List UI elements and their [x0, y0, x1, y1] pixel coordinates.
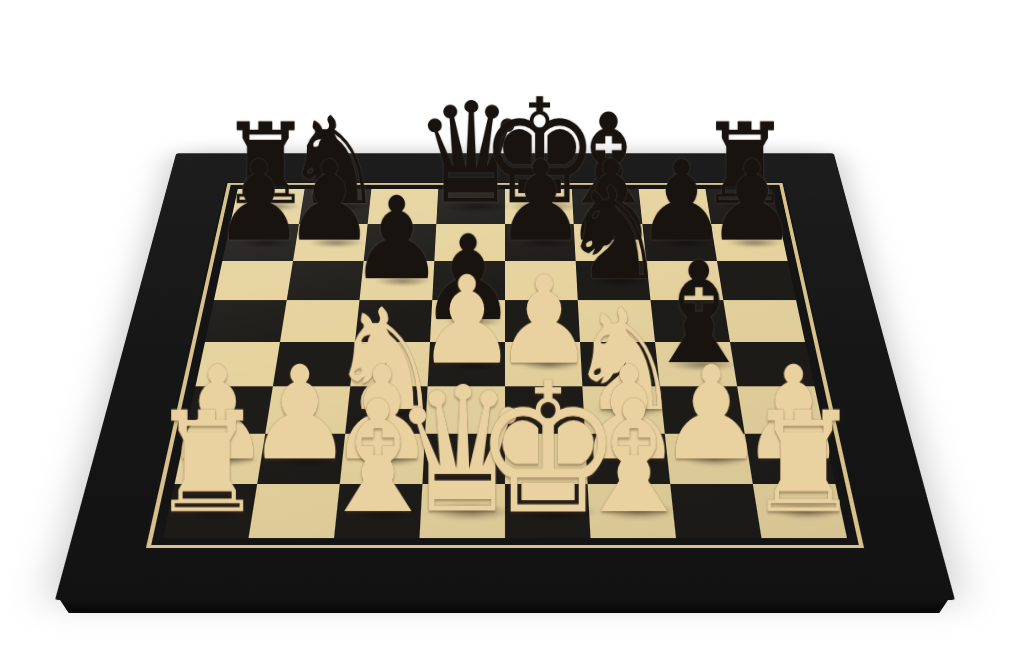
square-b8 — [299, 189, 371, 224]
square-b7 — [293, 224, 368, 261]
square-a6 — [214, 261, 293, 300]
square-g8 — [639, 189, 711, 224]
board-side-edge — [58, 597, 950, 613]
photo-stage: ♜♞♛♚♝♜♟♟♟♟♟♟♟♞♟♟♟♝♞♞♟♟♟♟♟♟♜♝♛♚♝♜ — [0, 0, 1024, 671]
white-rook-a1: ♜ — [150, 394, 264, 533]
square-f8 — [572, 189, 643, 224]
white-rook-h1: ♜ — [746, 394, 860, 533]
square-c8 — [368, 189, 439, 224]
square-h8 — [705, 189, 779, 224]
square-d8 — [436, 189, 505, 224]
square-a7 — [222, 224, 299, 261]
chess-board: ♜♞♛♚♝♜♟♟♟♟♟♟♟♞♟♟♟♝♞♞♟♟♟♟♟♟♜♝♛♚♝♜ — [55, 153, 955, 600]
square-a8 — [230, 189, 304, 224]
square-e8 — [505, 189, 574, 224]
square-a5 — [205, 300, 287, 342]
white-king-e1: ♚ — [473, 358, 622, 538]
